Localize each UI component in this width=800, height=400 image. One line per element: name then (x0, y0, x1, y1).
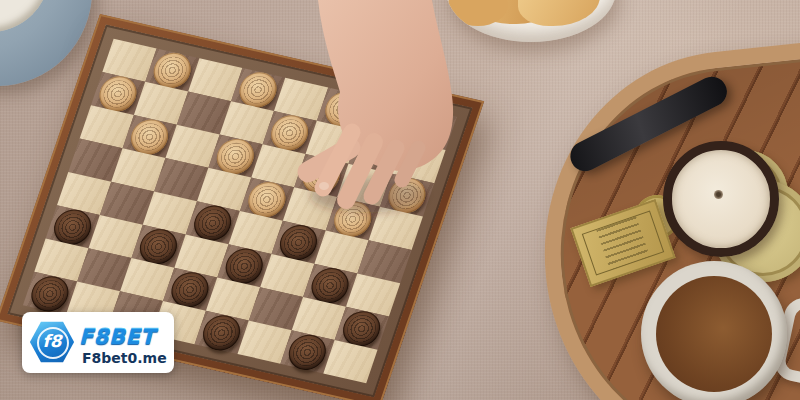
candle (663, 141, 779, 257)
logo-badge-text: f8 (29, 331, 75, 351)
brand-logo: f8 F8BET F8bet0.me (22, 312, 174, 373)
mug-coffee (656, 276, 772, 392)
hand (280, 0, 500, 240)
checker-dark[interactable] (27, 273, 74, 315)
brand-domain: F8bet0.me (82, 350, 167, 366)
checker-dark[interactable] (198, 312, 245, 354)
checker-dark[interactable] (284, 331, 331, 373)
pastry (518, 0, 600, 26)
coffee-mug (641, 261, 787, 400)
brand-name: F8BET (79, 325, 155, 349)
fingernail (319, 182, 329, 190)
logo-hexagon-badge: f8 (29, 321, 75, 363)
